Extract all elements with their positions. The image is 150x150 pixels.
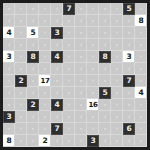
cell-r6-c0[interactable]: [3, 75, 15, 87]
cell-r7-c1[interactable]: [15, 87, 27, 99]
cell-r1-c5[interactable]: [63, 15, 75, 27]
cell-r7-c6[interactable]: [75, 87, 87, 99]
cell-r4-c8-black-8[interactable]: 8: [99, 51, 111, 63]
cell-r11-c2[interactable]: [27, 135, 39, 147]
cell-r4-c11[interactable]: [135, 51, 147, 63]
cell-r5-c3[interactable]: [39, 63, 51, 75]
cell-r4-c0-white-3[interactable]: 3: [3, 51, 15, 63]
cell-r3-c11[interactable]: [135, 39, 147, 51]
puzzle-window: 758453384832177542416376823: [0, 0, 150, 150]
cell-r7-c9[interactable]: [111, 87, 123, 99]
cell-r0-c0[interactable]: [3, 3, 15, 15]
cell-r11-c9[interactable]: [111, 135, 123, 147]
cell-r3-c1[interactable]: [15, 39, 27, 51]
cell-r5-c7[interactable]: [87, 63, 99, 75]
cell-r7-c5[interactable]: [63, 87, 75, 99]
cell-r2-c0-white-4[interactable]: 4: [3, 27, 15, 39]
cell-r3-c5[interactable]: [63, 39, 75, 51]
cell-r10-c7[interactable]: [87, 123, 99, 135]
cell-r9-c11[interactable]: [135, 111, 147, 123]
cell-r9-c1[interactable]: [15, 111, 27, 123]
cell-r8-c10[interactable]: [123, 99, 135, 111]
cell-r3-c0[interactable]: [3, 39, 15, 51]
cell-r9-c6[interactable]: [75, 111, 87, 123]
cell-r9-c9[interactable]: [111, 111, 123, 123]
cell-r10-c4-black-7[interactable]: 7: [51, 123, 63, 135]
cell-r6-c11[interactable]: [135, 75, 147, 87]
cell-r2-c9[interactable]: [111, 27, 123, 39]
cell-r5-c9[interactable]: [111, 63, 123, 75]
cell-r4-c9[interactable]: [111, 51, 123, 63]
cell-r3-c4[interactable]: [51, 39, 63, 51]
cell-r11-c4[interactable]: [51, 135, 63, 147]
cell-r8-c4-black-4[interactable]: 4: [51, 99, 63, 111]
cell-r1-c11-white-8[interactable]: 8: [135, 15, 147, 27]
cell-r8-c0[interactable]: [3, 99, 15, 111]
cell-r8-c5[interactable]: [63, 99, 75, 111]
cell-r4-c4-black-4[interactable]: 4: [51, 51, 63, 63]
cell-r7-c10[interactable]: [123, 87, 135, 99]
cell-r8-c11[interactable]: [135, 99, 147, 111]
cell-r8-c1[interactable]: [15, 99, 27, 111]
cell-r0-c9[interactable]: [111, 3, 123, 15]
cell-r7-c7[interactable]: [87, 87, 99, 99]
cell-r2-c3[interactable]: [39, 27, 51, 39]
cell-r1-c1[interactable]: [15, 15, 27, 27]
cell-r3-c8[interactable]: [99, 39, 111, 51]
cell-r2-c8[interactable]: [99, 27, 111, 39]
cell-r4-c1[interactable]: [15, 51, 27, 63]
cell-r2-c5[interactable]: [63, 27, 75, 39]
cell-r6-c5[interactable]: [63, 75, 75, 87]
cell-r11-c10[interactable]: [123, 135, 135, 147]
cell-r9-c10[interactable]: [123, 111, 135, 123]
cell-r0-c5-black-7[interactable]: 7: [63, 3, 75, 15]
cell-r6-c7[interactable]: [87, 75, 99, 87]
cell-r10-c5[interactable]: [63, 123, 75, 135]
cell-r7-c3[interactable]: [39, 87, 51, 99]
cell-r6-c6[interactable]: [75, 75, 87, 87]
cell-r0-c11[interactable]: [135, 3, 147, 15]
cell-r2-c6[interactable]: [75, 27, 87, 39]
cell-r8-c7-white-16[interactable]: 16: [87, 99, 99, 111]
cell-r9-c5[interactable]: [63, 111, 75, 123]
cell-r6-c9[interactable]: [111, 75, 123, 87]
cell-r6-c2[interactable]: [27, 75, 39, 87]
cell-r9-c2[interactable]: [27, 111, 39, 123]
cell-r10-c6[interactable]: [75, 123, 87, 135]
cell-r4-c5[interactable]: [63, 51, 75, 63]
cell-r0-c8[interactable]: [99, 3, 111, 15]
cell-r7-c2[interactable]: [27, 87, 39, 99]
cell-r2-c7[interactable]: [87, 27, 99, 39]
cell-r4-c3[interactable]: [39, 51, 51, 63]
cell-r11-c1[interactable]: [15, 135, 27, 147]
cell-r6-c10-black-7[interactable]: 7: [123, 75, 135, 87]
cell-r10-c3[interactable]: [39, 123, 51, 135]
cell-r7-c8-black-5[interactable]: 5: [99, 87, 111, 99]
cell-r5-c4[interactable]: [51, 63, 63, 75]
cell-r5-c6[interactable]: [75, 63, 87, 75]
cell-r11-c6[interactable]: [75, 135, 87, 147]
cell-r6-c4[interactable]: [51, 75, 63, 87]
cell-r0-c7[interactable]: [87, 3, 99, 15]
cell-r1-c6[interactable]: [75, 15, 87, 27]
cell-r7-c0[interactable]: [3, 87, 15, 99]
cell-r1-c2[interactable]: [27, 15, 39, 27]
cell-r1-c3[interactable]: [39, 15, 51, 27]
cell-r11-c11[interactable]: [135, 135, 147, 147]
cell-r10-c11[interactable]: [135, 123, 147, 135]
cell-r4-c2-black-8[interactable]: 8: [27, 51, 39, 63]
cell-r10-c8[interactable]: [99, 123, 111, 135]
cell-r2-c2-white-5[interactable]: 5: [27, 27, 39, 39]
cell-r10-c9[interactable]: [111, 123, 123, 135]
cell-r5-c1[interactable]: [15, 63, 27, 75]
cell-r5-c0[interactable]: [3, 63, 15, 75]
cell-r8-c3[interactable]: [39, 99, 51, 111]
cell-r3-c9[interactable]: [111, 39, 123, 51]
cell-r0-c3[interactable]: [39, 3, 51, 15]
cell-r5-c11[interactable]: [135, 63, 147, 75]
cell-r1-c0[interactable]: [3, 15, 15, 27]
cell-r0-c2[interactable]: [27, 3, 39, 15]
cell-r1-c10[interactable]: [123, 15, 135, 27]
cell-r4-c7[interactable]: [87, 51, 99, 63]
cell-r4-c6[interactable]: [75, 51, 87, 63]
cell-r10-c1[interactable]: [15, 123, 27, 135]
cell-r7-c4[interactable]: [51, 87, 63, 99]
cell-r2-c11[interactable]: [135, 27, 147, 39]
cell-r7-c11-white-4[interactable]: 4: [135, 87, 147, 99]
cell-r5-c2[interactable]: [27, 63, 39, 75]
cell-r11-c5[interactable]: [63, 135, 75, 147]
cell-r9-c3[interactable]: [39, 111, 51, 123]
cell-r6-c8[interactable]: [99, 75, 111, 87]
cell-r8-c6[interactable]: [75, 99, 87, 111]
cell-r10-c2[interactable]: [27, 123, 39, 135]
cell-r3-c10[interactable]: [123, 39, 135, 51]
cell-r2-c10[interactable]: [123, 27, 135, 39]
cell-r9-c8[interactable]: [99, 111, 111, 123]
cell-r0-c10-black-5[interactable]: 5: [123, 3, 135, 15]
cell-r10-c10-black-6[interactable]: 6: [123, 123, 135, 135]
cell-r4-c10-white-3[interactable]: 3: [123, 51, 135, 63]
cell-r11-c0-white-8[interactable]: 8: [3, 135, 15, 147]
cell-r8-c8[interactable]: [99, 99, 111, 111]
cell-r0-c4[interactable]: [51, 3, 63, 15]
cell-r8-c2-black-2[interactable]: 2: [27, 99, 39, 111]
cell-r3-c3[interactable]: [39, 39, 51, 51]
cell-r5-c5[interactable]: [63, 63, 75, 75]
cell-r8-c9[interactable]: [111, 99, 123, 111]
cell-r11-c8[interactable]: [99, 135, 111, 147]
cell-r1-c4[interactable]: [51, 15, 63, 27]
cell-r3-c2[interactable]: [27, 39, 39, 51]
cell-r2-c4-black-3[interactable]: 3: [51, 27, 63, 39]
cell-r6-c3-white-17[interactable]: 17: [39, 75, 51, 87]
cell-r1-c9[interactable]: [111, 15, 123, 27]
cell-r0-c6[interactable]: [75, 3, 87, 15]
cell-r9-c7[interactable]: [87, 111, 99, 123]
cell-r10-c0[interactable]: [3, 123, 15, 135]
cell-r5-c8[interactable]: [99, 63, 111, 75]
cell-r3-c6[interactable]: [75, 39, 87, 51]
puzzle-board: 758453384832177542416376823: [0, 0, 150, 150]
cell-r1-c7[interactable]: [87, 15, 99, 27]
cell-r11-c7-black-3[interactable]: 3: [87, 135, 99, 147]
cell-r6-c1-black-2[interactable]: 2: [15, 75, 27, 87]
cell-r3-c7[interactable]: [87, 39, 99, 51]
cell-r11-c3-white-2[interactable]: 2: [39, 135, 51, 147]
cell-r9-c4[interactable]: [51, 111, 63, 123]
cell-r9-c0-black-3[interactable]: 3: [3, 111, 15, 123]
cell-r5-c10[interactable]: [123, 63, 135, 75]
cell-r2-c1[interactable]: [15, 27, 27, 39]
cell-r1-c8[interactable]: [99, 15, 111, 27]
cell-r0-c1[interactable]: [15, 3, 27, 15]
